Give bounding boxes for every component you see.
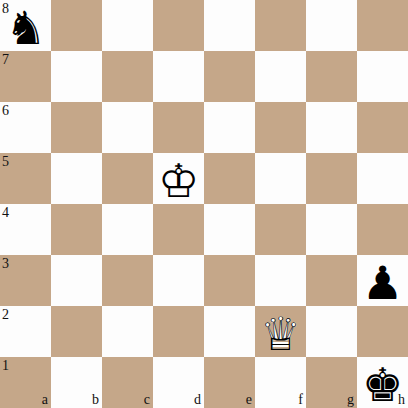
white-queen-outline: ♕ — [255, 306, 306, 357]
rank-label-2: 2 — [2, 306, 9, 323]
file-label-f: f — [298, 392, 303, 408]
square-a4[interactable]: 4 — [0, 204, 51, 255]
rank-label-4: 4 — [2, 204, 9, 221]
square-a7[interactable]: 7 — [0, 51, 51, 102]
rank-label-3: 3 — [2, 255, 9, 272]
square-c5[interactable] — [102, 153, 153, 204]
rank-label-5: 5 — [2, 153, 9, 170]
square-g7[interactable] — [306, 51, 357, 102]
file-label-e: e — [246, 392, 252, 408]
piece-black-pawn[interactable]: ♟ — [357, 255, 408, 306]
square-b6[interactable] — [51, 102, 102, 153]
square-f1[interactable]: f — [255, 357, 306, 408]
piece-white-king[interactable]: ♚♔ — [153, 153, 204, 204]
square-a2[interactable]: 2 — [0, 306, 51, 357]
square-f8[interactable] — [255, 0, 306, 51]
square-g8[interactable] — [306, 0, 357, 51]
square-h6[interactable] — [357, 102, 408, 153]
square-b5[interactable] — [51, 153, 102, 204]
file-label-g: g — [347, 392, 354, 408]
square-e5[interactable] — [204, 153, 255, 204]
rank-label-7: 7 — [2, 51, 9, 68]
square-a5[interactable]: 5 — [0, 153, 51, 204]
white-king-outline: ♔ — [153, 153, 204, 204]
square-a1[interactable]: 1a — [0, 357, 51, 408]
square-f3[interactable] — [255, 255, 306, 306]
square-f7[interactable] — [255, 51, 306, 102]
square-g6[interactable] — [306, 102, 357, 153]
square-e7[interactable] — [204, 51, 255, 102]
square-e4[interactable] — [204, 204, 255, 255]
square-c7[interactable] — [102, 51, 153, 102]
file-label-b: b — [92, 392, 99, 408]
piece-white-queen[interactable]: ♛♕ — [255, 306, 306, 357]
square-d6[interactable] — [153, 102, 204, 153]
square-f6[interactable] — [255, 102, 306, 153]
square-g1[interactable]: g — [306, 357, 357, 408]
square-e1[interactable]: e — [204, 357, 255, 408]
square-g5[interactable] — [306, 153, 357, 204]
file-label-h: h — [398, 392, 405, 408]
square-g2[interactable] — [306, 306, 357, 357]
square-h5[interactable] — [357, 153, 408, 204]
rank-label-1: 1 — [2, 357, 9, 374]
square-f5[interactable] — [255, 153, 306, 204]
square-c6[interactable] — [102, 102, 153, 153]
square-b2[interactable] — [51, 306, 102, 357]
square-c3[interactable] — [102, 255, 153, 306]
square-b1[interactable]: b — [51, 357, 102, 408]
square-c4[interactable] — [102, 204, 153, 255]
square-e2[interactable] — [204, 306, 255, 357]
square-d7[interactable] — [153, 51, 204, 102]
square-d3[interactable] — [153, 255, 204, 306]
square-a6[interactable]: 6 — [0, 102, 51, 153]
square-e6[interactable] — [204, 102, 255, 153]
rank-label-8: 8 — [2, 0, 9, 17]
square-h1[interactable]: h♚ — [357, 357, 408, 408]
square-h3[interactable]: ♟ — [357, 255, 408, 306]
square-c2[interactable] — [102, 306, 153, 357]
square-c1[interactable]: c — [102, 357, 153, 408]
file-label-c: c — [144, 392, 150, 408]
square-d1[interactable]: d — [153, 357, 204, 408]
square-d4[interactable] — [153, 204, 204, 255]
square-e8[interactable] — [204, 0, 255, 51]
square-b8[interactable] — [51, 0, 102, 51]
chess-board: 8♞765♚♔43♟2♛♕1abcdefgh♚ — [0, 0, 408, 408]
square-e3[interactable] — [204, 255, 255, 306]
square-g3[interactable] — [306, 255, 357, 306]
square-h2[interactable] — [357, 306, 408, 357]
square-h4[interactable] — [357, 204, 408, 255]
square-b3[interactable] — [51, 255, 102, 306]
square-h8[interactable] — [357, 0, 408, 51]
square-a3[interactable]: 3 — [0, 255, 51, 306]
rank-label-6: 6 — [2, 102, 9, 119]
file-label-a: a — [42, 392, 48, 408]
square-h7[interactable] — [357, 51, 408, 102]
square-b7[interactable] — [51, 51, 102, 102]
file-label-d: d — [194, 392, 201, 408]
square-d8[interactable] — [153, 0, 204, 51]
square-b4[interactable] — [51, 204, 102, 255]
square-a8[interactable]: 8♞ — [0, 0, 51, 51]
square-g4[interactable] — [306, 204, 357, 255]
square-c8[interactable] — [102, 0, 153, 51]
square-f2[interactable]: ♛♕ — [255, 306, 306, 357]
square-d2[interactable] — [153, 306, 204, 357]
square-d5[interactable]: ♚♔ — [153, 153, 204, 204]
square-f4[interactable] — [255, 204, 306, 255]
